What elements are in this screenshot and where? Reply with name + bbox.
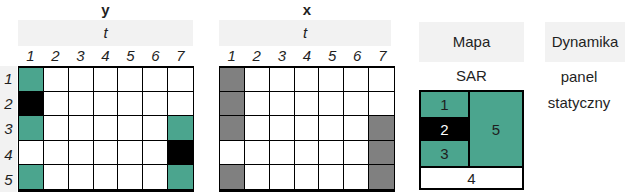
grid-cell-white xyxy=(19,141,44,165)
grid-cell-white xyxy=(44,92,69,116)
grid-cell-white xyxy=(44,116,69,140)
x-time-band: t xyxy=(219,20,391,46)
grid-cell-white xyxy=(295,116,320,140)
row-label: 5 xyxy=(0,167,17,192)
grid-cell-white xyxy=(143,165,168,189)
grid-cell-white xyxy=(245,116,270,140)
y-grid xyxy=(18,66,194,192)
grid-cell-white xyxy=(118,68,143,92)
grid-cell-white xyxy=(369,92,394,116)
grid-cell-white xyxy=(44,141,69,165)
grid-cell-white xyxy=(143,116,168,140)
grid-cell-gray xyxy=(220,68,245,92)
grid-cell-gray xyxy=(369,141,394,165)
grid-cell-white xyxy=(143,141,168,165)
map-region-4: 4 xyxy=(421,166,522,188)
column-label: 3 xyxy=(68,46,93,66)
grid-cell-white xyxy=(220,141,245,165)
column-label: 7 xyxy=(370,46,395,66)
grid-cell-gray xyxy=(369,116,394,140)
grid-cell-white xyxy=(295,92,320,116)
grid-cell-teal xyxy=(19,165,44,189)
column-label: 5 xyxy=(118,46,143,66)
grid-cell-white xyxy=(319,165,344,189)
grid-cell-white xyxy=(270,116,295,140)
grid-cell-teal xyxy=(168,116,193,140)
grid-cell-white xyxy=(143,92,168,116)
grid-cell-white xyxy=(168,92,193,116)
grid-cell-white xyxy=(270,92,295,116)
column-label: 1 xyxy=(18,46,43,66)
grid-cell-white xyxy=(69,141,94,165)
row-label: 3 xyxy=(0,116,17,141)
grid-cell-white xyxy=(319,92,344,116)
dynamics-header: Dynamika xyxy=(545,22,625,62)
y-time-band: t xyxy=(18,20,193,46)
spatial-panel-diagram: y t 1234567 12345 x t 1234567 Mapa SAR 1… xyxy=(0,0,625,192)
grid-cell-gray xyxy=(220,116,245,140)
grid-cell-gray xyxy=(220,165,245,189)
grid-cell-white xyxy=(143,68,168,92)
grid-cell-gray xyxy=(369,165,394,189)
column-label: 4 xyxy=(93,46,118,66)
column-label: 2 xyxy=(244,46,269,66)
grid-cell-teal xyxy=(19,68,44,92)
dynamics-line1: panel xyxy=(533,64,625,90)
map-region-5: 5 xyxy=(468,92,522,166)
grid-cell-teal xyxy=(168,165,193,189)
grid-cell-white xyxy=(94,116,119,140)
grid-cell-white xyxy=(270,165,295,189)
grid-cell-white xyxy=(118,165,143,189)
grid-cell-black xyxy=(168,141,193,165)
y-column-headers: 1234567 xyxy=(18,46,193,66)
grid-cell-white xyxy=(118,92,143,116)
y-panel-title: y xyxy=(18,0,193,20)
grid-cell-white xyxy=(118,116,143,140)
grid-cell-white xyxy=(344,116,369,140)
column-label: 5 xyxy=(320,46,345,66)
grid-cell-white xyxy=(69,92,94,116)
grid-cell-white xyxy=(69,116,94,140)
grid-cell-white xyxy=(295,68,320,92)
column-label: 4 xyxy=(294,46,319,66)
grid-cell-white xyxy=(69,68,94,92)
grid-cell-white xyxy=(245,165,270,189)
grid-cell-white xyxy=(69,165,94,189)
row-label: 1 xyxy=(0,66,17,91)
x-panel-title: x xyxy=(219,0,395,20)
dynamics-line2: statyczny xyxy=(533,90,625,116)
grid-cell-white xyxy=(344,92,369,116)
column-label: 1 xyxy=(219,46,244,66)
grid-cell-white xyxy=(344,165,369,189)
grid-cell-white xyxy=(94,68,119,92)
grid-cell-white xyxy=(245,92,270,116)
grid-cell-white xyxy=(295,165,320,189)
grid-cell-white xyxy=(94,141,119,165)
sar-map-grid: 12345 xyxy=(419,90,524,190)
sar-model-label: SAR xyxy=(419,62,524,90)
grid-cell-white xyxy=(94,165,119,189)
row-label: 2 xyxy=(0,91,17,116)
map-region-3: 3 xyxy=(421,141,468,166)
grid-cell-white xyxy=(319,116,344,140)
column-label: 7 xyxy=(168,46,193,66)
y-row-headers: 12345 xyxy=(0,66,17,192)
grid-cell-white xyxy=(245,141,270,165)
map-header: Mapa xyxy=(419,22,524,62)
map-region-1: 1 xyxy=(421,92,468,117)
map-region-2: 2 xyxy=(421,117,468,141)
grid-cell-white xyxy=(319,68,344,92)
grid-cell-white xyxy=(168,68,193,92)
grid-cell-white xyxy=(295,141,320,165)
column-label: 2 xyxy=(43,46,68,66)
grid-cell-white xyxy=(319,141,344,165)
grid-cell-white xyxy=(245,68,270,92)
grid-cell-white xyxy=(270,141,295,165)
column-label: 3 xyxy=(269,46,294,66)
grid-cell-white xyxy=(94,92,119,116)
row-label: 4 xyxy=(0,142,17,167)
grid-cell-white xyxy=(44,68,69,92)
x-column-headers: 1234567 xyxy=(219,46,395,66)
grid-cell-white xyxy=(369,68,394,92)
column-label: 6 xyxy=(143,46,168,66)
grid-cell-white xyxy=(344,141,369,165)
x-grid xyxy=(219,66,395,192)
grid-cell-teal xyxy=(19,116,44,140)
grid-cell-gray xyxy=(220,92,245,116)
grid-cell-black xyxy=(19,92,44,116)
grid-cell-white xyxy=(44,165,69,189)
grid-cell-white xyxy=(270,68,295,92)
grid-cell-white xyxy=(118,141,143,165)
column-label: 6 xyxy=(345,46,370,66)
grid-cell-white xyxy=(344,68,369,92)
